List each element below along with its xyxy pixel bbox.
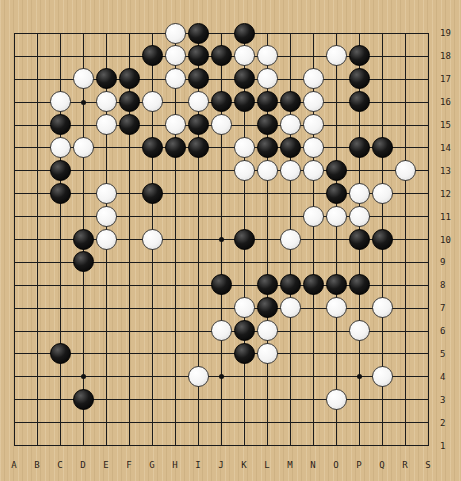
intersection-F18[interactable] xyxy=(118,45,141,68)
intersection-D11[interactable] xyxy=(72,205,95,228)
intersection-F6[interactable] xyxy=(118,320,141,343)
intersection-M16[interactable] xyxy=(279,91,302,114)
intersection-J4[interactable] xyxy=(210,365,233,388)
intersection-A16[interactable] xyxy=(3,91,26,114)
intersection-C14[interactable] xyxy=(49,136,72,159)
intersection-L16[interactable] xyxy=(256,91,279,114)
intersection-B17[interactable] xyxy=(26,68,49,91)
intersection-S8[interactable] xyxy=(417,274,440,297)
intersection-H17[interactable] xyxy=(164,68,187,91)
intersection-O2[interactable] xyxy=(325,411,348,434)
intersection-M7[interactable] xyxy=(279,297,302,320)
intersection-N13[interactable] xyxy=(302,159,325,182)
intersection-Q17[interactable] xyxy=(371,68,394,91)
intersection-B2[interactable] xyxy=(26,411,49,434)
intersection-F9[interactable] xyxy=(118,251,141,274)
intersection-A19[interactable] xyxy=(3,22,26,45)
intersection-L13[interactable] xyxy=(256,159,279,182)
intersection-I8[interactable] xyxy=(187,274,210,297)
intersection-I4[interactable] xyxy=(187,365,210,388)
intersection-E9[interactable] xyxy=(95,251,118,274)
intersection-K9[interactable] xyxy=(233,251,256,274)
intersection-I7[interactable] xyxy=(187,297,210,320)
intersection-E19[interactable] xyxy=(95,22,118,45)
intersection-K18[interactable] xyxy=(233,45,256,68)
intersection-S7[interactable] xyxy=(417,297,440,320)
intersection-A1[interactable] xyxy=(3,434,26,457)
intersection-P15[interactable] xyxy=(348,114,371,137)
intersection-A13[interactable] xyxy=(3,159,26,182)
intersection-P11[interactable] xyxy=(348,205,371,228)
intersection-B4[interactable] xyxy=(26,365,49,388)
intersection-B13[interactable] xyxy=(26,159,49,182)
intersection-I14[interactable] xyxy=(187,136,210,159)
intersection-I9[interactable] xyxy=(187,251,210,274)
intersection-D1[interactable] xyxy=(72,434,95,457)
intersection-Q10[interactable] xyxy=(371,228,394,251)
intersection-B11[interactable] xyxy=(26,205,49,228)
intersection-P1[interactable] xyxy=(348,434,371,457)
intersection-O12[interactable] xyxy=(325,182,348,205)
intersection-D15[interactable] xyxy=(72,114,95,137)
intersection-Q8[interactable] xyxy=(371,274,394,297)
intersection-F1[interactable] xyxy=(118,434,141,457)
intersection-K8[interactable] xyxy=(233,274,256,297)
intersection-G10[interactable] xyxy=(141,228,164,251)
intersection-R6[interactable] xyxy=(394,320,417,343)
intersection-C8[interactable] xyxy=(49,274,72,297)
intersection-H2[interactable] xyxy=(164,411,187,434)
intersection-R1[interactable] xyxy=(394,434,417,457)
intersection-F13[interactable] xyxy=(118,159,141,182)
intersection-G3[interactable] xyxy=(141,388,164,411)
intersection-E1[interactable] xyxy=(95,434,118,457)
intersection-N17[interactable] xyxy=(302,68,325,91)
intersection-N19[interactable] xyxy=(302,22,325,45)
intersection-F2[interactable] xyxy=(118,411,141,434)
intersection-H10[interactable] xyxy=(164,228,187,251)
intersection-R7[interactable] xyxy=(394,297,417,320)
intersection-E12[interactable] xyxy=(95,182,118,205)
intersection-R8[interactable] xyxy=(394,274,417,297)
intersection-S5[interactable] xyxy=(417,342,440,365)
intersection-O18[interactable] xyxy=(325,45,348,68)
intersection-C18[interactable] xyxy=(49,45,72,68)
intersection-G5[interactable] xyxy=(141,342,164,365)
intersection-C6[interactable] xyxy=(49,320,72,343)
intersection-S17[interactable] xyxy=(417,68,440,91)
intersection-L18[interactable] xyxy=(256,45,279,68)
intersection-I12[interactable] xyxy=(187,182,210,205)
intersection-P18[interactable] xyxy=(348,45,371,68)
intersection-S2[interactable] xyxy=(417,411,440,434)
intersection-J8[interactable] xyxy=(210,274,233,297)
intersection-H8[interactable] xyxy=(164,274,187,297)
intersection-F16[interactable] xyxy=(118,91,141,114)
intersection-M18[interactable] xyxy=(279,45,302,68)
intersection-B1[interactable] xyxy=(26,434,49,457)
intersection-J10[interactable] xyxy=(210,228,233,251)
intersection-L17[interactable] xyxy=(256,68,279,91)
intersection-I10[interactable] xyxy=(187,228,210,251)
intersection-A3[interactable] xyxy=(3,388,26,411)
intersection-P7[interactable] xyxy=(348,297,371,320)
intersection-N5[interactable] xyxy=(302,342,325,365)
intersection-K17[interactable] xyxy=(233,68,256,91)
intersection-P12[interactable] xyxy=(348,182,371,205)
intersection-D12[interactable] xyxy=(72,182,95,205)
intersection-R2[interactable] xyxy=(394,411,417,434)
intersection-M9[interactable] xyxy=(279,251,302,274)
intersection-Q13[interactable] xyxy=(371,159,394,182)
intersection-I11[interactable] xyxy=(187,205,210,228)
intersection-M13[interactable] xyxy=(279,159,302,182)
intersection-L11[interactable] xyxy=(256,205,279,228)
intersection-C9[interactable] xyxy=(49,251,72,274)
intersection-G11[interactable] xyxy=(141,205,164,228)
intersection-Q2[interactable] xyxy=(371,411,394,434)
intersection-M19[interactable] xyxy=(279,22,302,45)
intersection-K14[interactable] xyxy=(233,136,256,159)
intersection-J15[interactable] xyxy=(210,114,233,137)
intersection-G19[interactable] xyxy=(141,22,164,45)
intersection-D13[interactable] xyxy=(72,159,95,182)
intersection-Q11[interactable] xyxy=(371,205,394,228)
intersection-K19[interactable] xyxy=(233,22,256,45)
intersection-Q14[interactable] xyxy=(371,136,394,159)
intersection-O7[interactable] xyxy=(325,297,348,320)
intersection-G16[interactable] xyxy=(141,91,164,114)
intersection-O19[interactable] xyxy=(325,22,348,45)
intersection-S4[interactable] xyxy=(417,365,440,388)
intersection-O15[interactable] xyxy=(325,114,348,137)
intersection-P6[interactable] xyxy=(348,320,371,343)
intersection-J11[interactable] xyxy=(210,205,233,228)
intersection-L12[interactable] xyxy=(256,182,279,205)
intersection-N6[interactable] xyxy=(302,320,325,343)
intersection-J2[interactable] xyxy=(210,411,233,434)
intersection-E17[interactable] xyxy=(95,68,118,91)
intersection-N18[interactable] xyxy=(302,45,325,68)
intersection-L19[interactable] xyxy=(256,22,279,45)
intersection-R16[interactable] xyxy=(394,91,417,114)
intersection-H11[interactable] xyxy=(164,205,187,228)
intersection-D7[interactable] xyxy=(72,297,95,320)
intersection-B16[interactable] xyxy=(26,91,49,114)
intersection-O17[interactable] xyxy=(325,68,348,91)
intersection-Q16[interactable] xyxy=(371,91,394,114)
intersection-N10[interactable] xyxy=(302,228,325,251)
intersection-B7[interactable] xyxy=(26,297,49,320)
intersection-R10[interactable] xyxy=(394,228,417,251)
intersection-Q4[interactable] xyxy=(371,365,394,388)
intersection-C2[interactable] xyxy=(49,411,72,434)
intersection-S16[interactable] xyxy=(417,91,440,114)
intersection-H13[interactable] xyxy=(164,159,187,182)
intersection-R17[interactable] xyxy=(394,68,417,91)
intersection-O13[interactable] xyxy=(325,159,348,182)
intersection-D5[interactable] xyxy=(72,342,95,365)
intersection-M2[interactable] xyxy=(279,411,302,434)
intersection-R12[interactable] xyxy=(394,182,417,205)
intersection-E8[interactable] xyxy=(95,274,118,297)
intersection-Q12[interactable] xyxy=(371,182,394,205)
intersection-S1[interactable] xyxy=(417,434,440,457)
intersection-O10[interactable] xyxy=(325,228,348,251)
intersection-R18[interactable] xyxy=(394,45,417,68)
intersection-O16[interactable] xyxy=(325,91,348,114)
intersection-H5[interactable] xyxy=(164,342,187,365)
intersection-J19[interactable] xyxy=(210,22,233,45)
intersection-D2[interactable] xyxy=(72,411,95,434)
intersection-B15[interactable] xyxy=(26,114,49,137)
intersection-D4[interactable] xyxy=(72,365,95,388)
intersection-F4[interactable] xyxy=(118,365,141,388)
intersection-C19[interactable] xyxy=(49,22,72,45)
intersection-P8[interactable] xyxy=(348,274,371,297)
intersection-O1[interactable] xyxy=(325,434,348,457)
intersection-N12[interactable] xyxy=(302,182,325,205)
intersection-H1[interactable] xyxy=(164,434,187,457)
intersection-I13[interactable] xyxy=(187,159,210,182)
intersection-N14[interactable] xyxy=(302,136,325,159)
intersection-K7[interactable] xyxy=(233,297,256,320)
intersection-A12[interactable] xyxy=(3,182,26,205)
intersection-L2[interactable] xyxy=(256,411,279,434)
intersection-Q7[interactable] xyxy=(371,297,394,320)
intersection-P14[interactable] xyxy=(348,136,371,159)
intersection-F5[interactable] xyxy=(118,342,141,365)
intersection-F19[interactable] xyxy=(118,22,141,45)
intersection-P4[interactable] xyxy=(348,365,371,388)
intersection-R5[interactable] xyxy=(394,342,417,365)
intersection-F17[interactable] xyxy=(118,68,141,91)
intersection-F10[interactable] xyxy=(118,228,141,251)
intersection-C12[interactable] xyxy=(49,182,72,205)
intersection-B14[interactable] xyxy=(26,136,49,159)
intersection-F14[interactable] xyxy=(118,136,141,159)
intersection-H9[interactable] xyxy=(164,251,187,274)
intersection-K16[interactable] xyxy=(233,91,256,114)
intersection-Q5[interactable] xyxy=(371,342,394,365)
intersection-C11[interactable] xyxy=(49,205,72,228)
intersection-P2[interactable] xyxy=(348,411,371,434)
intersection-K11[interactable] xyxy=(233,205,256,228)
intersection-M17[interactable] xyxy=(279,68,302,91)
intersection-J16[interactable] xyxy=(210,91,233,114)
intersection-C15[interactable] xyxy=(49,114,72,137)
intersection-J6[interactable] xyxy=(210,320,233,343)
intersection-J13[interactable] xyxy=(210,159,233,182)
intersection-B8[interactable] xyxy=(26,274,49,297)
intersection-M11[interactable] xyxy=(279,205,302,228)
intersection-A5[interactable] xyxy=(3,342,26,365)
intersection-D19[interactable] xyxy=(72,22,95,45)
intersection-N15[interactable] xyxy=(302,114,325,137)
intersection-R11[interactable] xyxy=(394,205,417,228)
intersection-N8[interactable] xyxy=(302,274,325,297)
intersection-G2[interactable] xyxy=(141,411,164,434)
intersection-K1[interactable] xyxy=(233,434,256,457)
intersection-I6[interactable] xyxy=(187,320,210,343)
intersection-B12[interactable] xyxy=(26,182,49,205)
intersection-M6[interactable] xyxy=(279,320,302,343)
intersection-B6[interactable] xyxy=(26,320,49,343)
intersection-E4[interactable] xyxy=(95,365,118,388)
intersection-J12[interactable] xyxy=(210,182,233,205)
intersection-E2[interactable] xyxy=(95,411,118,434)
intersection-L4[interactable] xyxy=(256,365,279,388)
intersection-G12[interactable] xyxy=(141,182,164,205)
intersection-J14[interactable] xyxy=(210,136,233,159)
intersection-H15[interactable] xyxy=(164,114,187,137)
intersection-S13[interactable] xyxy=(417,159,440,182)
intersection-R13[interactable] xyxy=(394,159,417,182)
intersection-S9[interactable] xyxy=(417,251,440,274)
intersection-A15[interactable] xyxy=(3,114,26,137)
intersection-B19[interactable] xyxy=(26,22,49,45)
intersection-Q6[interactable] xyxy=(371,320,394,343)
intersection-I16[interactable] xyxy=(187,91,210,114)
intersection-G18[interactable] xyxy=(141,45,164,68)
intersection-K4[interactable] xyxy=(233,365,256,388)
intersection-D9[interactable] xyxy=(72,251,95,274)
intersection-Q9[interactable] xyxy=(371,251,394,274)
intersection-H7[interactable] xyxy=(164,297,187,320)
intersection-L6[interactable] xyxy=(256,320,279,343)
intersection-F11[interactable] xyxy=(118,205,141,228)
intersection-J1[interactable] xyxy=(210,434,233,457)
intersection-C17[interactable] xyxy=(49,68,72,91)
intersection-H19[interactable] xyxy=(164,22,187,45)
intersection-G4[interactable] xyxy=(141,365,164,388)
intersection-P5[interactable] xyxy=(348,342,371,365)
intersection-M8[interactable] xyxy=(279,274,302,297)
intersection-J7[interactable] xyxy=(210,297,233,320)
intersection-H6[interactable] xyxy=(164,320,187,343)
intersection-C10[interactable] xyxy=(49,228,72,251)
intersection-L10[interactable] xyxy=(256,228,279,251)
intersection-A14[interactable] xyxy=(3,136,26,159)
intersection-H18[interactable] xyxy=(164,45,187,68)
intersection-K2[interactable] xyxy=(233,411,256,434)
intersection-I5[interactable] xyxy=(187,342,210,365)
intersection-M5[interactable] xyxy=(279,342,302,365)
intersection-H3[interactable] xyxy=(164,388,187,411)
intersection-K3[interactable] xyxy=(233,388,256,411)
intersection-P17[interactable] xyxy=(348,68,371,91)
intersection-H12[interactable] xyxy=(164,182,187,205)
intersection-A6[interactable] xyxy=(3,320,26,343)
intersection-O4[interactable] xyxy=(325,365,348,388)
intersection-O8[interactable] xyxy=(325,274,348,297)
intersection-I18[interactable] xyxy=(187,45,210,68)
intersection-S14[interactable] xyxy=(417,136,440,159)
intersection-G8[interactable] xyxy=(141,274,164,297)
intersection-I1[interactable] xyxy=(187,434,210,457)
intersection-O6[interactable] xyxy=(325,320,348,343)
intersection-Q19[interactable] xyxy=(371,22,394,45)
intersection-B18[interactable] xyxy=(26,45,49,68)
intersection-P16[interactable] xyxy=(348,91,371,114)
intersection-G9[interactable] xyxy=(141,251,164,274)
intersection-E14[interactable] xyxy=(95,136,118,159)
intersection-B9[interactable] xyxy=(26,251,49,274)
intersection-A7[interactable] xyxy=(3,297,26,320)
intersection-E13[interactable] xyxy=(95,159,118,182)
intersection-D8[interactable] xyxy=(72,274,95,297)
intersection-L5[interactable] xyxy=(256,342,279,365)
intersection-I19[interactable] xyxy=(187,22,210,45)
intersection-D17[interactable] xyxy=(72,68,95,91)
intersection-R3[interactable] xyxy=(394,388,417,411)
intersection-P3[interactable] xyxy=(348,388,371,411)
intersection-D16[interactable] xyxy=(72,91,95,114)
intersection-M3[interactable] xyxy=(279,388,302,411)
intersection-C3[interactable] xyxy=(49,388,72,411)
intersection-A10[interactable] xyxy=(3,228,26,251)
intersection-G1[interactable] xyxy=(141,434,164,457)
intersection-N3[interactable] xyxy=(302,388,325,411)
intersection-A8[interactable] xyxy=(3,274,26,297)
intersection-Q15[interactable] xyxy=(371,114,394,137)
intersection-I15[interactable] xyxy=(187,114,210,137)
intersection-I17[interactable] xyxy=(187,68,210,91)
intersection-O5[interactable] xyxy=(325,342,348,365)
intersection-F7[interactable] xyxy=(118,297,141,320)
intersection-E3[interactable] xyxy=(95,388,118,411)
intersection-L14[interactable] xyxy=(256,136,279,159)
intersection-E15[interactable] xyxy=(95,114,118,137)
intersection-P13[interactable] xyxy=(348,159,371,182)
intersection-C7[interactable] xyxy=(49,297,72,320)
intersection-A17[interactable] xyxy=(3,68,26,91)
intersection-S15[interactable] xyxy=(417,114,440,137)
intersection-L7[interactable] xyxy=(256,297,279,320)
intersection-F15[interactable] xyxy=(118,114,141,137)
intersection-J18[interactable] xyxy=(210,45,233,68)
intersection-N2[interactable] xyxy=(302,411,325,434)
intersection-C16[interactable] xyxy=(49,91,72,114)
intersection-P9[interactable] xyxy=(348,251,371,274)
intersection-L8[interactable] xyxy=(256,274,279,297)
intersection-H4[interactable] xyxy=(164,365,187,388)
intersection-K12[interactable] xyxy=(233,182,256,205)
intersection-G14[interactable] xyxy=(141,136,164,159)
intersection-D10[interactable] xyxy=(72,228,95,251)
intersection-N7[interactable] xyxy=(302,297,325,320)
intersection-A4[interactable] xyxy=(3,365,26,388)
intersection-G7[interactable] xyxy=(141,297,164,320)
intersection-M1[interactable] xyxy=(279,434,302,457)
intersection-E6[interactable] xyxy=(95,320,118,343)
intersection-K6[interactable] xyxy=(233,320,256,343)
intersection-J5[interactable] xyxy=(210,342,233,365)
intersection-S19[interactable] xyxy=(417,22,440,45)
intersection-O11[interactable] xyxy=(325,205,348,228)
intersection-G13[interactable] xyxy=(141,159,164,182)
intersection-E16[interactable] xyxy=(95,91,118,114)
intersection-C4[interactable] xyxy=(49,365,72,388)
intersection-A9[interactable] xyxy=(3,251,26,274)
intersection-Q1[interactable] xyxy=(371,434,394,457)
intersection-M4[interactable] xyxy=(279,365,302,388)
intersection-F3[interactable] xyxy=(118,388,141,411)
intersection-J17[interactable] xyxy=(210,68,233,91)
intersection-P10[interactable] xyxy=(348,228,371,251)
intersection-P19[interactable] xyxy=(348,22,371,45)
intersection-L1[interactable] xyxy=(256,434,279,457)
